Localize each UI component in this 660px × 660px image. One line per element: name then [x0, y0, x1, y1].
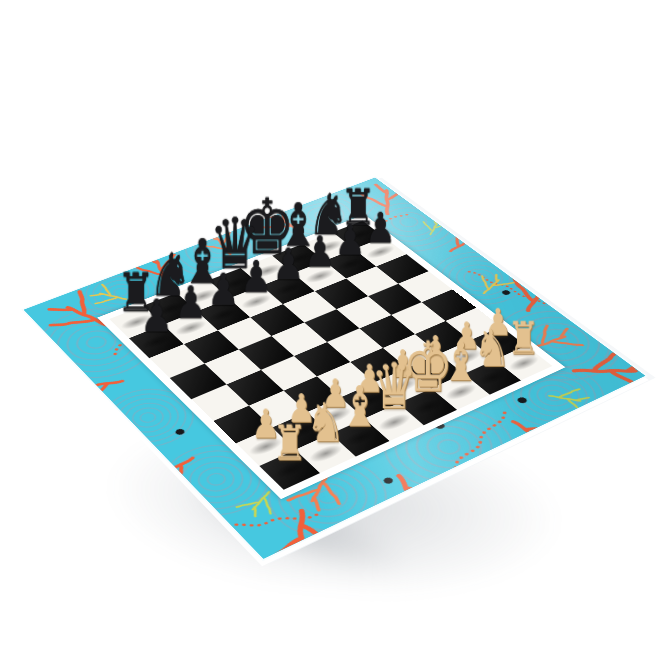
product-photo-stage: ♜♞♝♛♚♝♞♜♟♟♟♟♟♟♟♟♟♟♟♟♟♟♟♟♜♞♝♛♚♝♞♜: [0, 0, 660, 660]
black-pawn[interactable]: ♟: [111, 292, 201, 341]
white-rook[interactable]: ♜: [249, 417, 330, 470]
